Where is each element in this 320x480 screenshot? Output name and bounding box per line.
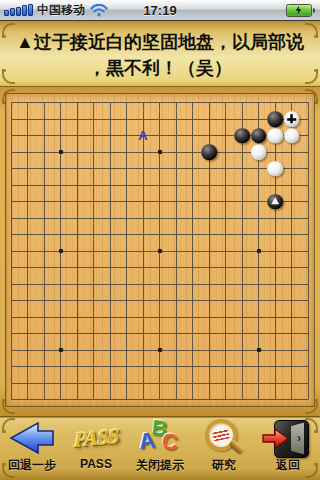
board-cell[interactable] (168, 160, 185, 177)
board-cell[interactable] (168, 243, 185, 260)
board-cell[interactable] (36, 193, 53, 210)
board-cell[interactable] (102, 342, 119, 359)
board-cell[interactable] (19, 375, 36, 392)
board-cell[interactable] (250, 243, 267, 260)
board-cell[interactable] (85, 309, 102, 326)
board-cell[interactable] (267, 375, 284, 392)
board-cell[interactable] (234, 309, 251, 326)
board-cell[interactable] (52, 94, 69, 111)
board-cell[interactable] (102, 292, 119, 309)
board-cell[interactable] (250, 292, 267, 309)
board-cell[interactable] (102, 144, 119, 161)
board-cell[interactable] (283, 375, 300, 392)
board-cell[interactable] (102, 193, 119, 210)
board-cell[interactable] (217, 358, 234, 375)
board-cell[interactable] (85, 375, 102, 392)
board-cell[interactable] (283, 292, 300, 309)
board-cell[interactable] (201, 160, 218, 177)
board-cell[interactable] (168, 292, 185, 309)
board-cell[interactable] (300, 111, 317, 128)
board-cell[interactable] (102, 243, 119, 260)
board-cell[interactable] (69, 375, 86, 392)
board-cell[interactable] (85, 226, 102, 243)
board-cell[interactable] (118, 193, 135, 210)
board-cell[interactable] (118, 375, 135, 392)
board-cell[interactable] (19, 276, 36, 293)
board-cell[interactable] (85, 391, 102, 408)
board-cell[interactable] (217, 226, 234, 243)
board-cell[interactable] (118, 111, 135, 128)
board-cell[interactable] (19, 342, 36, 359)
board-cell[interactable] (3, 375, 20, 392)
board-cell[interactable] (52, 127, 69, 144)
board-cell[interactable] (250, 111, 267, 128)
board-cell[interactable] (36, 325, 53, 342)
board-cell[interactable] (283, 243, 300, 260)
board-cell[interactable] (102, 127, 119, 144)
board-cell[interactable] (52, 226, 69, 243)
board-cell[interactable] (283, 325, 300, 342)
board-cell[interactable] (135, 391, 152, 408)
board-cell[interactable] (201, 111, 218, 128)
board-cell[interactable] (69, 259, 86, 276)
board-cell[interactable] (19, 210, 36, 227)
board-cell[interactable] (283, 276, 300, 293)
board-cell[interactable] (52, 325, 69, 342)
board-cell[interactable] (135, 144, 152, 161)
board-cell[interactable] (250, 210, 267, 227)
board-cell[interactable] (69, 177, 86, 194)
board-cell[interactable] (151, 391, 168, 408)
board-cell[interactable] (3, 292, 20, 309)
board-cell[interactable] (118, 342, 135, 359)
board-cell[interactable] (52, 276, 69, 293)
board-cell[interactable] (151, 177, 168, 194)
board-cell[interactable] (19, 177, 36, 194)
board-cell[interactable] (135, 292, 152, 309)
board-cell[interactable] (85, 358, 102, 375)
board-cell[interactable] (135, 193, 152, 210)
board-cell[interactable] (19, 391, 36, 408)
board-cell[interactable] (201, 226, 218, 243)
board-cell[interactable] (217, 177, 234, 194)
board-cell[interactable] (201, 292, 218, 309)
board-cell[interactable] (118, 177, 135, 194)
board-cell[interactable] (52, 259, 69, 276)
board-cell[interactable] (217, 144, 234, 161)
board-cell[interactable] (151, 127, 168, 144)
board-cell[interactable] (300, 375, 317, 392)
board-cell[interactable] (36, 127, 53, 144)
board-cell[interactable] (102, 375, 119, 392)
board-cell[interactable] (201, 193, 218, 210)
board-cell[interactable] (250, 160, 267, 177)
board-cell[interactable] (217, 160, 234, 177)
board-cell[interactable] (184, 127, 201, 144)
board-cell[interactable] (118, 127, 135, 144)
board-cell[interactable] (300, 243, 317, 260)
board-cell[interactable] (102, 391, 119, 408)
board-cell[interactable] (151, 375, 168, 392)
board-cell[interactable] (85, 177, 102, 194)
board-cell[interactable] (52, 375, 69, 392)
board-cell[interactable] (36, 259, 53, 276)
board-cell[interactable] (184, 226, 201, 243)
board-cell[interactable] (36, 276, 53, 293)
board-cell[interactable] (283, 259, 300, 276)
board-cell[interactable] (69, 276, 86, 293)
board-cell[interactable] (234, 177, 251, 194)
board-cell[interactable] (85, 193, 102, 210)
board-cell[interactable] (201, 210, 218, 227)
board-cell[interactable] (201, 276, 218, 293)
board-cell[interactable] (300, 210, 317, 227)
board-cell[interactable] (250, 309, 267, 326)
study-button[interactable]: 研究 (192, 416, 256, 480)
board-cell[interactable] (300, 276, 317, 293)
board-cell[interactable] (19, 358, 36, 375)
board-cell[interactable] (184, 210, 201, 227)
board-cell[interactable] (3, 210, 20, 227)
board-cell[interactable] (19, 193, 36, 210)
board-cell[interactable] (184, 160, 201, 177)
board-cell[interactable] (234, 111, 251, 128)
board-cell[interactable] (118, 358, 135, 375)
board-cell[interactable] (36, 144, 53, 161)
board-cell[interactable] (102, 276, 119, 293)
board-cell[interactable] (267, 358, 284, 375)
board-cell[interactable] (300, 160, 317, 177)
board-cell[interactable] (184, 358, 201, 375)
board-cell[interactable] (250, 193, 267, 210)
board-cell[interactable] (85, 94, 102, 111)
board-cell[interactable] (151, 94, 168, 111)
board-cell[interactable] (36, 391, 53, 408)
board-cell[interactable] (184, 276, 201, 293)
board-cell[interactable] (184, 292, 201, 309)
board-cell[interactable] (267, 259, 284, 276)
board-cell[interactable] (135, 309, 152, 326)
board-cell[interactable] (217, 309, 234, 326)
board-cell[interactable] (36, 94, 53, 111)
board-cell[interactable] (300, 309, 317, 326)
board-cell[interactable] (85, 325, 102, 342)
board-cell[interactable] (234, 94, 251, 111)
board-cell[interactable] (217, 210, 234, 227)
board-cell[interactable] (69, 226, 86, 243)
board-cell[interactable] (118, 94, 135, 111)
board-cell[interactable] (267, 144, 284, 161)
board-cell[interactable] (168, 226, 185, 243)
board-cell[interactable] (3, 325, 20, 342)
board-cell[interactable] (267, 325, 284, 342)
board-cell[interactable] (3, 94, 20, 111)
board-cell[interactable] (19, 309, 36, 326)
board-cell[interactable] (201, 127, 218, 144)
board-cell[interactable] (184, 94, 201, 111)
board-cell[interactable] (300, 342, 317, 359)
board-cell[interactable] (267, 391, 284, 408)
board-cell[interactable] (102, 226, 119, 243)
board-cell[interactable] (217, 325, 234, 342)
board-cell[interactable] (102, 358, 119, 375)
board-cell[interactable] (135, 375, 152, 392)
board-cell[interactable] (102, 111, 119, 128)
board-cell[interactable] (184, 391, 201, 408)
board-cell[interactable] (135, 276, 152, 293)
board-cell[interactable] (118, 325, 135, 342)
board-cell[interactable] (201, 94, 218, 111)
board-cell[interactable] (300, 226, 317, 243)
board-cell[interactable] (69, 210, 86, 227)
board-cell[interactable] (201, 177, 218, 194)
board-cell[interactable] (234, 375, 251, 392)
board-cell[interactable] (184, 309, 201, 326)
board-cell[interactable] (135, 94, 152, 111)
board-cell[interactable] (300, 358, 317, 375)
go-board[interactable]: A (3, 94, 317, 408)
board-cell[interactable] (250, 276, 267, 293)
board-cell[interactable] (201, 309, 218, 326)
board-cell[interactable] (151, 210, 168, 227)
board-cell[interactable] (300, 177, 317, 194)
board-cell[interactable] (36, 160, 53, 177)
board-cell[interactable] (151, 243, 168, 260)
board-cell[interactable] (300, 259, 317, 276)
board-cell[interactable] (52, 243, 69, 260)
board-cell[interactable] (217, 127, 234, 144)
board-cell[interactable] (168, 177, 185, 194)
board-cell[interactable] (19, 226, 36, 243)
board-cell[interactable] (300, 94, 317, 111)
board-cell[interactable] (168, 210, 185, 227)
board-cell[interactable] (168, 391, 185, 408)
board-cell[interactable] (151, 309, 168, 326)
board-cell[interactable] (184, 144, 201, 161)
board-cell[interactable] (151, 144, 168, 161)
board-cell[interactable] (69, 292, 86, 309)
board-cell[interactable] (69, 309, 86, 326)
board-cell[interactable] (135, 325, 152, 342)
board-cell[interactable] (102, 210, 119, 227)
board-cell[interactable] (168, 325, 185, 342)
board-cell[interactable] (283, 342, 300, 359)
board-cell[interactable] (19, 160, 36, 177)
board-cell[interactable] (151, 226, 168, 243)
board-cell[interactable] (36, 358, 53, 375)
board-cell[interactable] (118, 160, 135, 177)
board-cell[interactable] (168, 309, 185, 326)
board-cell[interactable] (52, 160, 69, 177)
board-cell[interactable] (19, 259, 36, 276)
board-cell[interactable] (168, 94, 185, 111)
board-cell[interactable] (52, 210, 69, 227)
board-cell[interactable] (69, 342, 86, 359)
board-cell[interactable] (3, 276, 20, 293)
board-cell[interactable] (3, 243, 20, 260)
board-cell[interactable] (283, 94, 300, 111)
board-cell[interactable] (52, 391, 69, 408)
board-cell[interactable] (283, 144, 300, 161)
board-cell[interactable] (250, 226, 267, 243)
board-cell[interactable] (19, 243, 36, 260)
board-cell[interactable] (168, 375, 185, 392)
board-cell[interactable] (267, 177, 284, 194)
board-cell[interactable] (3, 259, 20, 276)
board-cell[interactable] (250, 325, 267, 342)
board-cell[interactable] (151, 259, 168, 276)
board-cell[interactable] (85, 127, 102, 144)
board-cell[interactable] (85, 259, 102, 276)
board-cell[interactable] (36, 243, 53, 260)
board-cell[interactable] (118, 144, 135, 161)
board-cell[interactable] (3, 177, 20, 194)
board-cell[interactable] (135, 177, 152, 194)
board-cell[interactable] (201, 259, 218, 276)
board-cell[interactable] (135, 160, 152, 177)
board-cell[interactable] (52, 342, 69, 359)
board-cell[interactable] (267, 309, 284, 326)
board-cell[interactable] (135, 259, 152, 276)
board-cell[interactable] (217, 375, 234, 392)
board-cell[interactable] (201, 325, 218, 342)
board-cell[interactable] (52, 193, 69, 210)
board-cell[interactable] (118, 276, 135, 293)
board-cell[interactable] (201, 342, 218, 359)
board-cell[interactable] (250, 375, 267, 392)
board-cell[interactable] (250, 391, 267, 408)
board-cell[interactable] (217, 243, 234, 260)
board-cell[interactable] (85, 111, 102, 128)
board-cell[interactable] (184, 193, 201, 210)
board-cell[interactable] (267, 210, 284, 227)
board-cell[interactable] (102, 160, 119, 177)
board-cell[interactable] (234, 160, 251, 177)
board-cell[interactable] (3, 226, 20, 243)
board-cell[interactable] (151, 292, 168, 309)
board-cell[interactable] (234, 342, 251, 359)
board-cell[interactable] (217, 342, 234, 359)
board-cell[interactable] (201, 358, 218, 375)
board-cell[interactable] (69, 358, 86, 375)
board-cell[interactable] (118, 259, 135, 276)
board-cell[interactable] (36, 309, 53, 326)
board-cell[interactable] (69, 193, 86, 210)
board-cell[interactable] (283, 177, 300, 194)
board-cell[interactable] (3, 127, 20, 144)
board-cell[interactable] (168, 358, 185, 375)
board-cell[interactable] (135, 358, 152, 375)
board-cell[interactable] (250, 259, 267, 276)
board-cell[interactable] (283, 210, 300, 227)
board-cell[interactable] (283, 358, 300, 375)
board-cell[interactable] (3, 342, 20, 359)
board-cell[interactable] (300, 292, 317, 309)
board-cell[interactable] (36, 292, 53, 309)
board-cell[interactable] (85, 210, 102, 227)
board-cell[interactable] (19, 111, 36, 128)
board-cell[interactable] (234, 193, 251, 210)
board-cell[interactable] (283, 160, 300, 177)
board-cell[interactable] (118, 243, 135, 260)
board-cell[interactable] (168, 111, 185, 128)
board-cell[interactable] (118, 292, 135, 309)
board-cell[interactable] (69, 94, 86, 111)
board-cell[interactable] (85, 243, 102, 260)
pass-button[interactable]: PASS PASS (64, 416, 128, 480)
board-cell[interactable] (69, 243, 86, 260)
board-cell[interactable] (151, 325, 168, 342)
board-cell[interactable] (135, 226, 152, 243)
board-cell[interactable] (184, 111, 201, 128)
board-cell[interactable] (102, 259, 119, 276)
board-cell[interactable] (300, 193, 317, 210)
board-cell[interactable] (168, 342, 185, 359)
board-cell[interactable] (118, 391, 135, 408)
board-cell[interactable] (234, 210, 251, 227)
board-cell[interactable] (217, 259, 234, 276)
board-cell[interactable] (19, 292, 36, 309)
board-cell[interactable] (168, 259, 185, 276)
board-cell[interactable] (3, 144, 20, 161)
board-cell[interactable] (36, 111, 53, 128)
board-cell[interactable] (151, 111, 168, 128)
board-cell[interactable] (3, 160, 20, 177)
board-cell[interactable] (69, 325, 86, 342)
board-cell[interactable] (234, 358, 251, 375)
board-cell[interactable] (201, 243, 218, 260)
board-cell[interactable] (234, 144, 251, 161)
board-cell[interactable] (267, 226, 284, 243)
board-cell[interactable] (201, 391, 218, 408)
board-cell[interactable] (52, 309, 69, 326)
board-cell[interactable] (283, 226, 300, 243)
board-cell[interactable] (3, 391, 20, 408)
board-cell[interactable] (250, 94, 267, 111)
board-cell[interactable] (250, 342, 267, 359)
board-cell[interactable] (69, 160, 86, 177)
board-cell[interactable] (118, 210, 135, 227)
board-cell[interactable] (184, 259, 201, 276)
board-cell[interactable] (217, 276, 234, 293)
board-cell[interactable] (19, 127, 36, 144)
board-cell[interactable] (135, 210, 152, 227)
toggle-hints-button[interactable]: B A C 关闭提示 (128, 416, 192, 480)
board-cell[interactable] (184, 375, 201, 392)
board-cell[interactable] (85, 292, 102, 309)
board-cell[interactable] (184, 177, 201, 194)
board-cell[interactable] (36, 342, 53, 359)
board-cell[interactable] (168, 193, 185, 210)
board-cell[interactable] (151, 276, 168, 293)
board-cell[interactable] (36, 210, 53, 227)
board-cell[interactable] (69, 127, 86, 144)
board-cell[interactable] (217, 94, 234, 111)
board-cell[interactable] (135, 111, 152, 128)
board-cell[interactable] (267, 94, 284, 111)
board-cell[interactable] (36, 177, 53, 194)
board-cell[interactable] (184, 325, 201, 342)
board-cell[interactable] (85, 342, 102, 359)
board-cell[interactable] (283, 309, 300, 326)
board-cell[interactable] (184, 243, 201, 260)
board-cell[interactable] (267, 292, 284, 309)
board-cell[interactable] (267, 243, 284, 260)
board-cell[interactable] (52, 177, 69, 194)
board-cell[interactable] (85, 144, 102, 161)
board-cell[interactable] (19, 94, 36, 111)
board-cell[interactable] (19, 325, 36, 342)
